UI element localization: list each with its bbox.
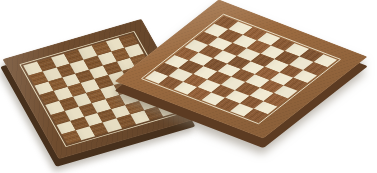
front-board-square-g4 (259, 80, 283, 93)
back-board-square-c7 (56, 63, 75, 77)
front-board-square-c3 (193, 66, 217, 79)
front-board-square-g3 (249, 88, 273, 101)
back-board-square-f5 (108, 71, 127, 85)
back-board-square-b5 (53, 87, 72, 101)
back-board-square-e6 (89, 65, 108, 79)
front-board-square-b4 (189, 53, 213, 66)
front-chess-board (114, 0, 367, 139)
front-board-square-c8 (242, 27, 266, 40)
front-board-square-d7 (247, 40, 271, 53)
front-board-square-a3 (165, 55, 189, 68)
front-board-square-b2 (169, 68, 193, 81)
front-board-square-c6 (223, 43, 247, 56)
back-board-square-a3 (51, 111, 70, 125)
front-board-square-b1 (159, 76, 183, 89)
front-board-square-h6 (293, 70, 317, 83)
front-board-square-f3 (235, 82, 259, 95)
back-board-inlay-line (19, 31, 180, 147)
back-board-square-e8 (78, 46, 97, 60)
back-board-square-a5 (40, 91, 59, 105)
front-board-square-d2 (197, 79, 221, 92)
front-board-square-g6 (279, 64, 303, 77)
back-board-square-f1 (130, 111, 149, 125)
back-board-square-d4 (86, 89, 105, 103)
back-board-square-g1 (144, 107, 163, 121)
front-board-square-h7 (303, 62, 327, 75)
front-board-square-a4 (175, 47, 199, 60)
back-board-square-h2 (152, 93, 171, 107)
back-board-square-d5 (81, 79, 100, 93)
front-board-square-e8 (271, 38, 295, 51)
back-board-square-b4 (59, 97, 78, 111)
back-board-square-b1 (76, 126, 95, 140)
front-board-inlay-line (141, 14, 342, 124)
front-board-square-e3 (221, 77, 245, 90)
front-board-square-a5 (184, 39, 208, 52)
back-board-square-a6 (34, 81, 53, 95)
back-board-square-d1 (103, 119, 122, 133)
back-board-square-g7 (111, 48, 130, 62)
back-board-square-h8 (119, 34, 138, 48)
front-board-square-f7 (275, 51, 299, 64)
back-board-square-e1 (117, 115, 136, 129)
back-board-square-c6 (62, 73, 81, 87)
front-board-square-g5 (269, 72, 293, 85)
back-board-square-a2 (56, 121, 75, 135)
front-board-square-d6 (237, 48, 261, 61)
back-board-square-c8 (51, 54, 70, 68)
front-board-square-e4 (231, 69, 255, 82)
back-board-grid (23, 34, 177, 145)
back-board-square-f3 (119, 91, 138, 105)
front-board-square-g8 (299, 49, 323, 62)
back-board-square-d2 (97, 109, 116, 123)
back-board-square-a4 (45, 101, 64, 115)
front-board-square-c7 (233, 35, 257, 48)
back-board-square-h3 (147, 83, 166, 97)
back-board-square-d3 (92, 99, 111, 113)
back-board-square-b7 (42, 67, 61, 81)
back-board-square-c5 (67, 83, 86, 97)
back-board-square-b8 (37, 58, 56, 72)
front-board-square-d1 (187, 87, 211, 100)
front-board-square-h1 (244, 109, 268, 122)
front-board-square-h4 (273, 85, 297, 98)
front-board-square-h8 (313, 54, 337, 67)
back-board-square-d6 (75, 69, 94, 83)
front-board-square-e5 (241, 61, 265, 74)
back-board-square-h7 (124, 44, 143, 58)
back-board-square-e3 (106, 95, 125, 109)
front-board-square-f4 (245, 74, 269, 87)
front-board-grid (145, 16, 337, 122)
back-board-square-g3 (133, 87, 152, 101)
front-board-square-h3 (264, 93, 288, 106)
back-board-square-f7 (97, 52, 116, 66)
front-board-wrap (0, 0, 377, 173)
front-board-square-g1 (230, 103, 254, 116)
front-board-square-f8 (285, 43, 309, 56)
front-board-square-a1 (145, 71, 169, 84)
back-board-square-g6 (116, 57, 135, 71)
front-board-square-c4 (203, 58, 227, 71)
back-board-square-a1 (62, 130, 81, 144)
back-board-square-h1 (158, 103, 177, 117)
back-board-square-a8 (23, 62, 42, 76)
front-board-square-a2 (155, 63, 179, 76)
back-board-square-c2 (84, 113, 103, 127)
front-board-square-f5 (255, 67, 279, 80)
back-board-square-g8 (105, 38, 124, 52)
back-board-square-a7 (29, 71, 48, 85)
back-board-square-e4 (100, 85, 119, 99)
back-board-square-b3 (64, 107, 83, 121)
front-board-square-d8 (257, 32, 281, 45)
front-board-square-e6 (251, 53, 275, 66)
front-board-square-h5 (283, 78, 307, 91)
back-board-square-g4 (127, 77, 146, 91)
product-photo-stage (0, 0, 377, 173)
back-board-square-h5 (136, 63, 155, 77)
back-board-square-c3 (78, 103, 97, 117)
front-board-square-d4 (217, 64, 241, 77)
back-board-square-e2 (111, 105, 130, 119)
front-board-square-c1 (173, 81, 197, 94)
front-board-square-g7 (289, 57, 313, 70)
front-board-square-e1 (201, 92, 225, 105)
back-board-square-f4 (114, 81, 133, 95)
front-board-square-d3 (207, 71, 231, 84)
back-board-square-b6 (48, 77, 67, 91)
back-board-square-e5 (94, 75, 113, 89)
front-board-square-e2 (211, 85, 235, 98)
back-chess-board (2, 19, 197, 160)
back-board-square-d8 (64, 50, 83, 64)
front-board-square-c2 (183, 74, 207, 87)
front-board-square-e7 (261, 46, 285, 59)
front-board-square-f1 (216, 98, 240, 111)
front-board-square-a6 (194, 32, 218, 45)
back-board-square-e7 (83, 55, 102, 69)
back-board-square-f6 (103, 61, 122, 75)
front-board-square-b5 (199, 45, 223, 58)
back-board-square-g2 (138, 97, 157, 111)
back-board-wrap (0, 0, 377, 173)
front-board-square-g2 (240, 95, 264, 108)
front-board-square-b7 (218, 29, 242, 42)
back-board-square-d7 (70, 59, 89, 73)
back-board-square-g5 (122, 67, 141, 81)
front-board-square-b8 (228, 22, 252, 35)
back-board-square-h6 (130, 53, 149, 67)
back-board-square-f2 (125, 101, 144, 115)
front-board-square-a7 (204, 24, 228, 37)
back-board-square-c4 (73, 93, 92, 107)
back-board-square-c1 (89, 123, 108, 137)
front-board-square-f6 (265, 59, 289, 72)
front-board-square-c5 (213, 50, 237, 63)
front-board-square-b6 (209, 37, 233, 50)
front-board-square-d5 (227, 56, 251, 69)
back-board-square-f8 (92, 42, 111, 56)
front-board-square-h2 (254, 101, 278, 114)
front-board-square-b3 (179, 60, 203, 73)
back-board-square-h4 (141, 73, 160, 87)
front-board-square-a8 (214, 16, 238, 29)
back-board-square-b2 (70, 117, 89, 131)
front-board-square-f2 (225, 90, 249, 103)
